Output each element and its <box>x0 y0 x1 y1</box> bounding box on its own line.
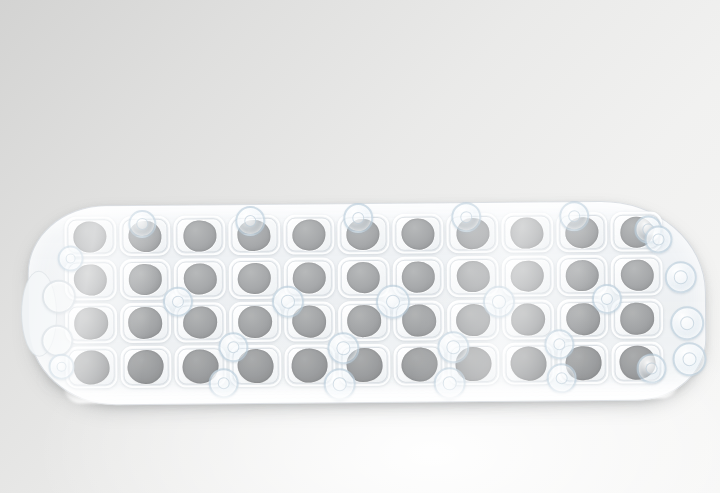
suction-cup <box>324 368 356 400</box>
mat-cell <box>119 259 171 300</box>
mat-cell <box>173 215 225 256</box>
anti-slip-disc <box>73 306 110 341</box>
anti-slip-disc <box>182 219 218 253</box>
suction-cup <box>483 286 515 318</box>
suction-cup <box>672 342 706 376</box>
suction-cup <box>218 332 248 362</box>
suction-cup <box>544 329 574 359</box>
suction-cup <box>547 363 577 393</box>
anti-slip-disc <box>509 345 548 382</box>
disc-tray <box>177 218 223 253</box>
suction-cup <box>327 332 359 364</box>
disc-tray <box>68 349 114 385</box>
anti-slip-disc <box>400 217 436 251</box>
suction-cup <box>209 368 239 398</box>
anti-slip-disc <box>237 262 271 294</box>
disc-tray <box>123 349 169 385</box>
anti-slip-disc <box>128 307 162 339</box>
suction-cup <box>272 286 304 318</box>
disc-tray <box>504 215 550 250</box>
anti-slip-disc <box>400 347 437 383</box>
disc-grid <box>64 211 663 388</box>
suction-cup <box>670 306 704 340</box>
product-photo <box>0 0 720 493</box>
empty-pouch-ring <box>41 325 73 357</box>
anti-slip-disc <box>400 260 436 294</box>
anti-slip-disc <box>127 262 163 296</box>
disc-tray <box>505 345 551 381</box>
mat-cell <box>229 258 281 299</box>
suction-cup <box>235 206 265 236</box>
suction-cup <box>48 354 74 380</box>
suction-cup <box>559 201 589 231</box>
suction-cup <box>376 285 410 319</box>
suction-cup <box>163 287 193 317</box>
disc-tray <box>395 216 441 251</box>
suction-cup <box>437 331 469 363</box>
disc-tray <box>123 305 169 340</box>
anti-slip-disc <box>73 350 109 384</box>
disc-tray <box>68 306 114 341</box>
mat-cell <box>283 214 335 255</box>
suction-cup <box>128 210 156 238</box>
suction-cup <box>57 245 83 271</box>
suction-cup <box>434 367 466 399</box>
bath-mat <box>27 200 707 406</box>
disc-tray <box>505 259 551 294</box>
anti-slip-disc <box>511 303 545 335</box>
anti-slip-disc <box>511 217 544 248</box>
anti-slip-disc <box>511 260 545 292</box>
anti-slip-disc <box>346 261 382 295</box>
anti-slip-disc <box>238 306 272 338</box>
disc-tray <box>614 301 660 336</box>
anti-slip-disc <box>619 301 656 336</box>
anti-slip-disc <box>292 218 326 250</box>
anti-slip-disc <box>566 260 599 291</box>
disc-tray <box>614 258 660 293</box>
disc-tray <box>122 262 168 297</box>
mat-cell <box>120 346 172 388</box>
suction-cup <box>665 261 697 293</box>
suction-cup <box>343 203 373 233</box>
empty-pouch-ring <box>42 280 76 314</box>
suction-cup <box>636 353 666 383</box>
anti-slip-disc <box>127 349 164 385</box>
suction-cup <box>592 284 622 314</box>
disc-tray <box>286 217 332 252</box>
anti-slip-disc <box>619 258 655 292</box>
suction-cup <box>644 225 672 253</box>
anti-slip-disc <box>456 261 489 292</box>
mat-cell <box>392 213 444 254</box>
disc-tray <box>232 261 278 296</box>
suction-cup <box>451 202 481 232</box>
mat-cell <box>501 212 553 253</box>
